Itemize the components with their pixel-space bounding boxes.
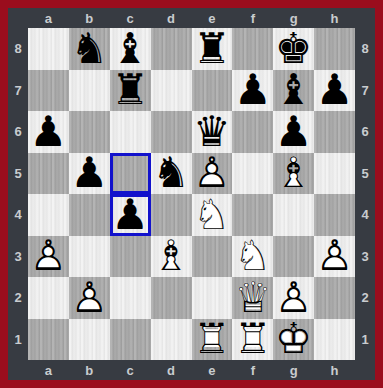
rank-label-left-4: 4	[8, 194, 28, 236]
square-e6[interactable]: ♛	[192, 111, 233, 153]
file-label-top-c: c	[110, 8, 151, 28]
square-d8[interactable]	[151, 28, 192, 70]
square-c7[interactable]: ♜	[110, 70, 151, 112]
square-e5[interactable]: ♟♙	[192, 153, 233, 195]
black-pawn-piece: ♟	[28, 111, 69, 153]
square-f2[interactable]: ♛♕	[232, 277, 273, 319]
rank-label-left-7: 7	[8, 70, 28, 112]
file-label-bottom-b: b	[69, 360, 110, 380]
white-knight-piece: ♘	[232, 236, 273, 278]
square-g5[interactable]: ♝♗	[273, 153, 314, 195]
square-f8[interactable]	[232, 28, 273, 70]
square-g3[interactable]	[273, 236, 314, 278]
square-b2[interactable]: ♟♙	[69, 277, 110, 319]
white-bishop-piece: ♗	[273, 153, 314, 195]
rank-label-right-7: 7	[355, 70, 375, 112]
black-bishop-piece: ♝	[110, 28, 151, 70]
square-h5[interactable]	[314, 153, 355, 195]
square-g7[interactable]: ♝	[273, 70, 314, 112]
file-label-bottom-c: c	[110, 360, 151, 380]
rank-label-left-6: 6	[8, 111, 28, 153]
rank-label-right-8: 8	[355, 28, 375, 70]
black-knight-piece: ♞	[69, 28, 110, 70]
square-h2[interactable]	[314, 277, 355, 319]
square-c5[interactable]	[110, 153, 151, 195]
rank-label-left-3: 3	[8, 236, 28, 278]
square-c1[interactable]	[110, 319, 151, 361]
white-pawn-piece: ♙	[314, 236, 355, 278]
square-b1[interactable]	[69, 319, 110, 361]
white-pawn-piece: ♙	[69, 277, 110, 319]
square-c4[interactable]: ♟	[110, 194, 151, 236]
file-label-bottom-h: h	[314, 360, 355, 380]
rank-label-left-1: 1	[8, 319, 28, 361]
square-g8[interactable]: ♚	[273, 28, 314, 70]
white-rook-piece: ♖	[232, 319, 273, 361]
black-pawn-piece: ♟	[232, 70, 273, 112]
square-d4[interactable]	[151, 194, 192, 236]
black-king-piece: ♚	[273, 28, 314, 70]
white-bishop-piece: ♗	[151, 236, 192, 278]
square-c8[interactable]: ♝	[110, 28, 151, 70]
file-label-bottom-f: f	[232, 360, 273, 380]
square-d1[interactable]	[151, 319, 192, 361]
square-h3[interactable]: ♟♙	[314, 236, 355, 278]
square-g1[interactable]: ♚♔	[273, 319, 314, 361]
square-f3[interactable]: ♞♘	[232, 236, 273, 278]
black-bishop-piece: ♝	[273, 70, 314, 112]
file-label-top-g: g	[273, 8, 314, 28]
file-label-top-h: h	[314, 8, 355, 28]
square-b8[interactable]: ♞	[69, 28, 110, 70]
black-queen-piece: ♛	[192, 111, 233, 153]
square-e1[interactable]: ♜♖	[192, 319, 233, 361]
square-f6[interactable]	[232, 111, 273, 153]
black-pawn-piece: ♟	[273, 111, 314, 153]
square-a1[interactable]	[28, 319, 69, 361]
square-d5[interactable]: ♞	[151, 153, 192, 195]
black-pawn-piece: ♟	[110, 194, 151, 236]
chess-board: aabbccddeeffgghh8877665544332211♞♝♜♚♜♟♝♟…	[0, 0, 383, 388]
square-a7[interactable]	[28, 70, 69, 112]
board-frame: aabbccddeeffgghh8877665544332211♞♝♜♚♜♟♝♟…	[8, 8, 375, 380]
file-label-top-b: b	[69, 8, 110, 28]
square-h6[interactable]	[314, 111, 355, 153]
file-label-top-a: a	[28, 8, 69, 28]
rank-label-right-1: 1	[355, 319, 375, 361]
white-king-piece: ♔	[273, 319, 314, 361]
square-h4[interactable]	[314, 194, 355, 236]
file-label-bottom-e: e	[192, 360, 233, 380]
file-label-top-f: f	[232, 8, 273, 28]
square-a4[interactable]	[28, 194, 69, 236]
square-d3[interactable]: ♝♗	[151, 236, 192, 278]
rank-label-left-8: 8	[8, 28, 28, 70]
square-e7[interactable]	[192, 70, 233, 112]
square-d2[interactable]	[151, 277, 192, 319]
square-e8[interactable]: ♜	[192, 28, 233, 70]
square-c6[interactable]	[110, 111, 151, 153]
square-a3[interactable]: ♟♙	[28, 236, 69, 278]
file-label-bottom-a: a	[28, 360, 69, 380]
square-f7[interactable]: ♟	[232, 70, 273, 112]
file-label-top-d: d	[151, 8, 192, 28]
rank-label-right-6: 6	[355, 111, 375, 153]
black-pawn-piece: ♟	[314, 70, 355, 112]
square-f5[interactable]	[232, 153, 273, 195]
square-e3[interactable]	[192, 236, 233, 278]
rank-label-right-4: 4	[355, 194, 375, 236]
white-rook-piece: ♖	[192, 319, 233, 361]
square-b3[interactable]	[69, 236, 110, 278]
square-b6[interactable]	[69, 111, 110, 153]
square-g4[interactable]	[273, 194, 314, 236]
square-h8[interactable]	[314, 28, 355, 70]
square-e2[interactable]	[192, 277, 233, 319]
black-knight-piece: ♞	[151, 153, 192, 195]
square-b5[interactable]: ♟	[69, 153, 110, 195]
square-a5[interactable]	[28, 153, 69, 195]
square-g6[interactable]: ♟	[273, 111, 314, 153]
square-e4[interactable]: ♞♘	[192, 194, 233, 236]
square-d7[interactable]	[151, 70, 192, 112]
white-queen-piece: ♕	[232, 277, 273, 319]
white-pawn-piece: ♙	[192, 153, 233, 195]
square-g2[interactable]: ♟♙	[273, 277, 314, 319]
white-pawn-piece: ♙	[28, 236, 69, 278]
white-pawn-piece: ♙	[273, 277, 314, 319]
square-a2[interactable]	[28, 277, 69, 319]
square-b4[interactable]	[69, 194, 110, 236]
square-c2[interactable]	[110, 277, 151, 319]
square-f1[interactable]: ♜♖	[232, 319, 273, 361]
file-label-bottom-d: d	[151, 360, 192, 380]
square-d6[interactable]	[151, 111, 192, 153]
square-c3[interactable]	[110, 236, 151, 278]
square-b7[interactable]	[69, 70, 110, 112]
square-f4[interactable]	[232, 194, 273, 236]
square-h7[interactable]: ♟	[314, 70, 355, 112]
white-knight-piece: ♘	[192, 194, 233, 236]
square-a8[interactable]	[28, 28, 69, 70]
rank-label-right-2: 2	[355, 277, 375, 319]
file-label-bottom-g: g	[273, 360, 314, 380]
rank-label-left-5: 5	[8, 153, 28, 195]
file-label-top-e: e	[192, 8, 233, 28]
black-rook-piece: ♜	[192, 28, 233, 70]
rank-label-right-3: 3	[355, 236, 375, 278]
rank-label-right-5: 5	[355, 153, 375, 195]
rank-label-left-2: 2	[8, 277, 28, 319]
square-h1[interactable]	[314, 319, 355, 361]
black-pawn-piece: ♟	[69, 153, 110, 195]
black-rook-piece: ♜	[110, 70, 151, 112]
square-a6[interactable]: ♟	[28, 111, 69, 153]
